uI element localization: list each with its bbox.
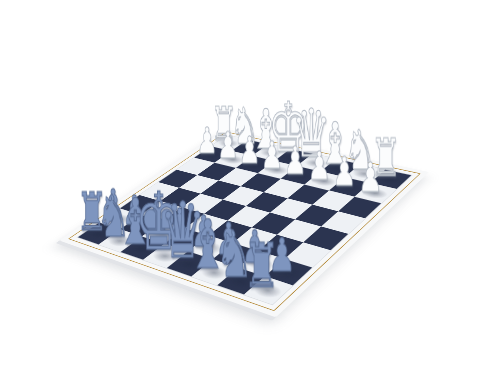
white-pawn[interactable]: ♟ [239, 131, 261, 168]
white-bishop[interactable]: ♝ [250, 102, 282, 157]
piece-contact-shadow [236, 142, 264, 153]
square-f2[interactable]: ♟ [236, 156, 274, 173]
white-pawn[interactable]: ♟ [358, 157, 382, 198]
piece-contact-shadow [198, 149, 226, 160]
square-h2[interactable]: ♟ [194, 146, 231, 162]
white-knight[interactable]: ♞ [230, 101, 260, 151]
blue-rook[interactable]: ♜ [243, 235, 279, 296]
piece-contact-shadow [301, 157, 331, 169]
square-e3[interactable] [241, 173, 281, 192]
square-e1[interactable]: ♚ [274, 149, 312, 166]
square-g2[interactable]: ♟ [215, 151, 253, 168]
piece-contact-shadow [215, 138, 242, 149]
white-pawn[interactable]: ♟ [217, 127, 239, 164]
square-d2[interactable]: ♟ [281, 166, 321, 185]
white-pawn[interactable]: ♟ [261, 136, 283, 174]
white-rook[interactable]: ♜ [210, 101, 237, 147]
square-a2[interactable]: ♟ [355, 183, 397, 203]
square-f4[interactable] [201, 181, 241, 200]
piece-contact-shadow [262, 164, 292, 176]
white-pawn[interactable]: ♟ [196, 122, 217, 158]
piece-contact-shadow [279, 152, 308, 164]
square-d3[interactable] [264, 179, 305, 198]
square-e4[interactable] [223, 186, 264, 206]
piece-contact-shadow [285, 169, 315, 182]
scene: ♜♞♝♚♛♝♞♜♟♟♟♟♟♟♟♟♟♟♟♟♟♟♟♟♜♞♝♚♛♝♞♜ [0, 0, 500, 387]
piece-contact-shadow [257, 147, 285, 158]
board-tilt-wrapper: ♜♞♝♚♛♝♞♜♟♟♟♟♟♟♟♟♟♟♟♟♟♟♟♟♜♞♝♚♛♝♞♜ [0, 0, 500, 387]
piece-contact-shadow [240, 159, 269, 171]
white-pawn[interactable]: ♟ [284, 141, 307, 180]
square-d4[interactable] [246, 192, 288, 212]
board-grid: ♜♞♝♚♛♝♞♜♟♟♟♟♟♟♟♟♟♟♟♟♟♟♟♟♜♞♝♚♛♝♞♜ [78, 135, 411, 304]
square-g1[interactable]: ♞ [231, 140, 268, 156]
square-d1[interactable]: ♛ [297, 154, 336, 172]
square-g3[interactable] [197, 163, 236, 181]
white-king[interactable]: ♚ [268, 93, 309, 162]
square-h1[interactable]: ♜ [211, 135, 248, 151]
square-h3[interactable] [177, 158, 215, 175]
white-pawn[interactable]: ♟ [332, 151, 356, 191]
white-pawn[interactable]: ♟ [308, 146, 331, 185]
square-f1[interactable]: ♝ [252, 144, 290, 161]
square-f3[interactable] [219, 168, 258, 186]
piece-contact-shadow [219, 154, 247, 166]
square-e2[interactable]: ♟ [258, 161, 297, 179]
chess-board: ♜♞♝♚♛♝♞♜♟♟♟♟♟♟♟♟♟♟♟♟♟♟♟♟♜♞♝♚♛♝♞♜ [59, 129, 429, 318]
white-queen[interactable]: ♛ [292, 101, 331, 167]
product-photo-canvas: ♜♞♝♚♛♝♞♜♟♟♟♟♟♟♟♟♟♟♟♟♟♟♟♟♜♞♝♚♛♝♞♜ [0, 0, 500, 387]
